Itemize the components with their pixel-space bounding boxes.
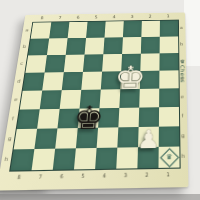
square[interactable] [105, 21, 124, 37]
square[interactable]: ♛ [158, 147, 179, 168]
square[interactable] [83, 54, 103, 72]
square[interactable] [159, 126, 180, 147]
square[interactable] [103, 37, 123, 54]
corner-crown-logo: ♛ [159, 148, 178, 167]
square[interactable] [31, 22, 52, 38]
square[interactable] [118, 108, 139, 128]
coord-label: 2 [136, 171, 157, 179]
coord-label: 1 [157, 171, 178, 179]
square[interactable] [25, 55, 46, 73]
coord-label: 4 [93, 172, 115, 180]
coord-label: 8 [8, 173, 30, 181]
square[interactable] [49, 22, 69, 38]
brand-name: Chess [179, 65, 186, 83]
crown-icon: ♛ [166, 153, 173, 160]
square[interactable] [159, 53, 178, 71]
square[interactable] [47, 38, 68, 55]
coord-label: 4 [105, 14, 123, 20]
square[interactable] [64, 55, 85, 73]
square[interactable] [86, 22, 106, 38]
square[interactable] [159, 88, 179, 107]
coord-label: 6 [50, 173, 72, 181]
square[interactable] [160, 20, 178, 36]
square[interactable] [123, 21, 142, 37]
square[interactable] [62, 72, 83, 90]
square[interactable] [122, 37, 141, 54]
square[interactable] [141, 37, 160, 54]
square[interactable] [117, 127, 138, 148]
square[interactable] [159, 70, 178, 88]
square[interactable] [34, 128, 57, 149]
chess-mat: 87654321 87654321 abcdefgh abcdefgh ♛ Ch… [0, 12, 188, 190]
chess-board[interactable]: ♛♚♚♟ [9, 20, 181, 172]
square[interactable] [85, 38, 105, 55]
coord-label: 3 [123, 14, 141, 20]
coord-label: 2 [141, 14, 159, 20]
square[interactable] [141, 21, 160, 37]
square[interactable] [74, 148, 97, 169]
coord-label: 5 [72, 172, 94, 180]
square[interactable] [160, 36, 179, 53]
coord-label: 5 [87, 14, 105, 20]
square[interactable] [95, 148, 117, 169]
square[interactable] [14, 129, 37, 150]
background-wall-patch [184, 0, 200, 66]
square[interactable] [10, 149, 34, 171]
square[interactable] [81, 72, 102, 90]
brand-crown-icon: ♛ [179, 58, 186, 64]
coord-label: 3 [115, 172, 137, 180]
brand-edge-text: ♛ Chess [179, 58, 186, 83]
coords-bottom: 87654321 [8, 171, 179, 182]
square[interactable] [20, 91, 42, 110]
square[interactable] [53, 148, 76, 169]
table-edge [0, 194, 200, 200]
coord-label: 7 [29, 173, 51, 181]
coord-label: 8 [32, 15, 51, 21]
square[interactable] [66, 38, 86, 55]
square[interactable] [37, 109, 60, 129]
square[interactable] [68, 22, 88, 38]
black-king[interactable]: ♚ [72, 101, 104, 134]
square[interactable] [28, 38, 49, 55]
coord-label: 6 [69, 15, 88, 21]
coord-label: 1 [159, 13, 177, 19]
square[interactable] [45, 55, 66, 73]
white-king[interactable]: ♚ [114, 63, 146, 96]
square[interactable] [32, 149, 56, 171]
square[interactable] [23, 72, 45, 90]
square[interactable] [159, 107, 179, 127]
white-pawn[interactable]: ♟ [137, 126, 161, 152]
square[interactable] [42, 72, 64, 90]
square[interactable] [40, 90, 62, 109]
square[interactable] [116, 147, 138, 168]
coord-label: 7 [51, 15, 70, 21]
square[interactable] [17, 109, 40, 129]
